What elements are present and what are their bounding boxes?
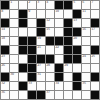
- cell-r2c8[interactable]: [64, 10, 72, 18]
- cell-r4c9-block: [73, 28, 81, 36]
- clue-number-24: 24: [82, 55, 85, 59]
- cell-r1c1-block: [1, 1, 9, 9]
- cell-r2c7[interactable]: 10: [55, 10, 63, 18]
- clue-number-2: 2: [28, 1, 30, 5]
- cell-r1c6[interactable]: 4: [46, 1, 54, 9]
- cell-r1c4[interactable]: 2: [28, 1, 36, 9]
- cell-r3c10[interactable]: [82, 19, 90, 27]
- cell-r9c2[interactable]: 30: [10, 73, 18, 81]
- crossword-screenshot: 1234567891011121314151617181920212223242…: [0, 0, 100, 100]
- cell-r9c7-block: [55, 73, 63, 81]
- clue-number-18: 18: [1, 37, 4, 41]
- clue-number-36: 36: [1, 91, 4, 95]
- cell-r7c2[interactable]: [10, 55, 18, 63]
- cell-r10c11[interactable]: [91, 82, 99, 90]
- cell-r10c6[interactable]: [46, 82, 54, 90]
- clue-number-30: 30: [10, 73, 13, 77]
- cell-r2c9-block: [73, 10, 81, 18]
- cell-r4c11[interactable]: 17: [91, 28, 99, 36]
- cell-r6c2[interactable]: [10, 46, 18, 54]
- clue-number-33: 33: [28, 82, 31, 86]
- crossword-grid: 1234567891011121314151617181920212223242…: [0, 0, 100, 100]
- cell-r7c4-block: [28, 55, 36, 63]
- cell-r2c5[interactable]: [37, 10, 45, 18]
- cell-r1c10[interactable]: 6: [82, 1, 90, 9]
- cell-r10c2[interactable]: [10, 82, 18, 90]
- cell-r9c9-block: [73, 73, 81, 81]
- cell-r6c6[interactable]: [46, 46, 54, 54]
- cell-r3c1-block: [1, 19, 9, 27]
- cell-r3c11-block: [91, 19, 99, 27]
- cell-r11c4-block: [28, 91, 36, 99]
- cell-r5c1[interactable]: 18: [1, 37, 9, 45]
- cell-r1c5[interactable]: 3: [37, 1, 45, 9]
- cell-r10c5[interactable]: [37, 82, 45, 90]
- clue-number-10: 10: [55, 10, 58, 14]
- cell-r4c1[interactable]: 14: [1, 28, 9, 36]
- cell-r9c11-block: [91, 73, 99, 81]
- cell-r8c6[interactable]: 28: [46, 64, 54, 72]
- cell-r5c10[interactable]: [82, 37, 90, 45]
- clue-number-12: 12: [46, 19, 49, 23]
- cell-r6c5[interactable]: 21: [37, 46, 45, 54]
- clue-number-15: 15: [46, 28, 49, 32]
- cell-r11c10[interactable]: [82, 91, 90, 99]
- cell-r7c7[interactable]: [55, 55, 63, 63]
- cell-r10c1[interactable]: 32: [1, 82, 9, 90]
- cell-r2c6[interactable]: [46, 10, 54, 18]
- cell-r4c2[interactable]: [10, 28, 18, 36]
- cell-r1c8-block: [64, 1, 72, 9]
- cell-r10c8[interactable]: [64, 82, 72, 90]
- cell-r3c2[interactable]: [10, 19, 18, 27]
- cell-r1c2[interactable]: 1: [10, 1, 18, 9]
- cell-r4c4[interactable]: [28, 28, 36, 36]
- cell-r2c3-block: [19, 10, 27, 18]
- cell-r9c6[interactable]: [46, 73, 54, 81]
- cell-r4c7[interactable]: [55, 28, 63, 36]
- cell-r8c5[interactable]: 27: [37, 64, 45, 72]
- cell-r4c6[interactable]: 15: [46, 28, 54, 36]
- clue-number-4: 4: [46, 1, 48, 5]
- clue-number-34: 34: [55, 82, 58, 86]
- cell-r9c10[interactable]: [82, 73, 90, 81]
- cell-r5c4-block: [28, 37, 36, 45]
- cell-r7c11[interactable]: 25: [91, 55, 99, 63]
- clue-number-14: 14: [1, 28, 4, 32]
- cell-r11c3[interactable]: [19, 91, 27, 99]
- cell-r1c11[interactable]: 7: [91, 1, 99, 9]
- clue-number-28: 28: [46, 64, 49, 68]
- clue-number-37: 37: [46, 91, 49, 95]
- clue-number-3: 3: [37, 1, 39, 5]
- cell-r7c6-block: [46, 55, 54, 63]
- cell-r7c9-block: [73, 55, 81, 63]
- cell-r1c3[interactable]: [19, 1, 27, 9]
- clue-number-31: 31: [37, 73, 40, 77]
- cell-r3c4[interactable]: [28, 19, 36, 27]
- clue-number-16: 16: [82, 28, 85, 32]
- cell-r9c8[interactable]: [64, 73, 72, 81]
- cell-r7c1[interactable]: 23: [1, 55, 9, 63]
- cell-r9c3[interactable]: [19, 73, 27, 81]
- cell-r8c7-block: [55, 64, 63, 72]
- cell-r6c10[interactable]: [82, 46, 90, 54]
- cell-r4c5-block: [37, 28, 45, 36]
- cell-r8c8[interactable]: 29: [64, 64, 72, 72]
- cell-r2c2[interactable]: [10, 10, 18, 18]
- cell-r5c11[interactable]: [91, 37, 99, 45]
- cell-r3c8-block: [64, 19, 72, 27]
- cell-r11c9[interactable]: [73, 91, 81, 99]
- clue-number-32: 32: [1, 82, 4, 86]
- cell-r2c4[interactable]: 9: [28, 10, 36, 18]
- cell-r6c8-block: [64, 46, 72, 54]
- cell-r8c1[interactable]: 26: [1, 64, 9, 72]
- clue-number-29: 29: [64, 64, 67, 68]
- cell-r10c9-block: [73, 82, 81, 90]
- cell-r11c2[interactable]: [10, 91, 18, 99]
- cell-r10c7[interactable]: 34: [55, 82, 63, 90]
- clue-number-26: 26: [1, 64, 4, 68]
- clue-number-20: 20: [73, 37, 76, 41]
- cell-r11c7[interactable]: [55, 91, 63, 99]
- cell-r7c10[interactable]: 24: [82, 55, 90, 63]
- clue-number-21: 21: [37, 46, 40, 50]
- cell-r5c7-block: [55, 37, 63, 45]
- cell-r11c11-block: [91, 91, 99, 99]
- clue-number-25: 25: [91, 55, 94, 59]
- cell-r8c2[interactable]: [10, 64, 18, 72]
- cell-r1c7-block: [55, 1, 63, 9]
- clue-number-8: 8: [1, 10, 3, 14]
- cell-r6c9-block: [73, 46, 81, 54]
- cell-r11c6[interactable]: 37: [46, 91, 54, 99]
- cell-r8c3-block: [19, 64, 27, 72]
- cell-r5c6-block: [46, 37, 54, 45]
- cell-r4c3[interactable]: [19, 28, 27, 36]
- cell-r6c3-block: [19, 46, 27, 54]
- cell-r6c7[interactable]: 22: [55, 46, 63, 54]
- cell-r4c8-block: [64, 28, 72, 36]
- cell-r3c9[interactable]: 13: [73, 19, 81, 27]
- clue-number-1: 1: [10, 1, 12, 5]
- cell-r2c1[interactable]: 8: [1, 10, 9, 18]
- cell-r3c7[interactable]: [55, 19, 63, 27]
- cell-r2c11[interactable]: [91, 10, 99, 18]
- cell-r7c3[interactable]: [19, 55, 27, 63]
- cell-r6c4-block: [28, 46, 36, 54]
- clue-number-23: 23: [1, 55, 4, 59]
- cell-r8c9[interactable]: [73, 64, 81, 72]
- cell-r7c8-block: [64, 55, 72, 63]
- clue-number-35: 35: [82, 82, 85, 86]
- cell-r7c5-block: [37, 55, 45, 63]
- cell-r6c11-block: [91, 46, 99, 54]
- cell-r5c2[interactable]: [10, 37, 18, 45]
- cell-r8c11[interactable]: [91, 64, 99, 72]
- cell-r11c1[interactable]: 36: [1, 91, 9, 99]
- cell-r5c3-block: [19, 37, 27, 45]
- cell-r10c4[interactable]: 33: [28, 82, 36, 90]
- clue-number-27: 27: [37, 64, 40, 68]
- cell-r9c5[interactable]: 31: [37, 73, 45, 81]
- cell-r5c8-block: [64, 37, 72, 45]
- cell-r9c1-block: [1, 73, 9, 81]
- clue-number-11: 11: [82, 10, 85, 14]
- cell-r11c5-block: [37, 91, 45, 99]
- cell-r3c6[interactable]: 12: [46, 19, 54, 27]
- cell-r2c10[interactable]: 11: [82, 10, 90, 18]
- clue-number-6: 6: [82, 1, 84, 5]
- cell-r6c1-block: [1, 46, 9, 54]
- clue-number-5: 5: [73, 1, 75, 5]
- clue-number-7: 7: [91, 1, 93, 5]
- clue-number-17: 17: [91, 28, 94, 32]
- cell-r1c9[interactable]: 5: [73, 1, 81, 9]
- cell-r10c10[interactable]: 35: [82, 82, 90, 90]
- cell-r5c5[interactable]: 19: [37, 37, 45, 45]
- cell-r3c3-block: [19, 19, 27, 27]
- cell-r11c8[interactable]: [64, 91, 72, 99]
- cell-r8c4-block: [28, 64, 36, 72]
- clue-number-22: 22: [55, 46, 58, 50]
- cell-r3c5-block: [37, 19, 45, 27]
- cell-r9c4-block: [28, 73, 36, 81]
- clue-number-19: 19: [37, 37, 40, 41]
- cell-r5c9[interactable]: 20: [73, 37, 81, 45]
- cell-r4c10[interactable]: 16: [82, 28, 90, 36]
- clue-number-9: 9: [28, 10, 30, 14]
- clue-number-13: 13: [73, 19, 76, 23]
- cell-r8c10[interactable]: [82, 64, 90, 72]
- cell-r10c3-block: [19, 82, 27, 90]
